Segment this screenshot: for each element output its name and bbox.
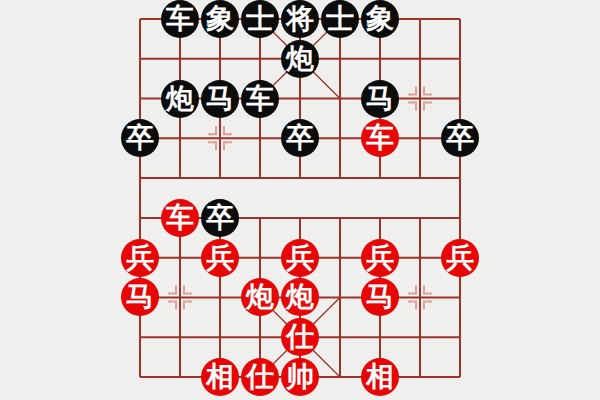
piece-black-horse[interactable]: 马: [201, 80, 239, 118]
piece-red-general[interactable]: 帅: [281, 358, 319, 396]
piece-red-horse[interactable]: 马: [121, 278, 159, 316]
piece-black-soldier[interactable]: 卒: [441, 119, 479, 157]
piece-red-elephant[interactable]: 相: [201, 358, 239, 396]
piece-black-elephant[interactable]: 象: [201, 0, 239, 38]
piece-black-chariot[interactable]: 车: [241, 80, 279, 118]
piece-red-cannon[interactable]: 炮: [281, 278, 319, 316]
piece-black-soldier[interactable]: 卒: [201, 199, 239, 237]
piece-red-elephant[interactable]: 相: [361, 358, 399, 396]
piece-red-chariot[interactable]: 车: [361, 119, 399, 157]
piece-red-soldier[interactable]: 兵: [441, 239, 479, 277]
piece-red-soldier[interactable]: 兵: [121, 239, 159, 277]
piece-black-advisor[interactable]: 士: [321, 0, 359, 38]
piece-black-horse[interactable]: 马: [361, 80, 399, 118]
piece-red-soldier[interactable]: 兵: [201, 239, 239, 277]
piece-red-chariot[interactable]: 车: [161, 199, 199, 237]
piece-red-horse[interactable]: 马: [361, 278, 399, 316]
piece-red-soldier[interactable]: 兵: [361, 239, 399, 277]
piece-black-soldier[interactable]: 卒: [281, 119, 319, 157]
piece-black-chariot[interactable]: 车: [161, 0, 199, 38]
piece-red-cannon[interactable]: 炮: [241, 278, 279, 316]
piece-red-soldier[interactable]: 兵: [281, 239, 319, 277]
piece-black-advisor[interactable]: 士: [241, 0, 279, 38]
xiangqi-board: 车象士将士象炮炮马车马卒卒车卒车卒兵兵兵兵兵马炮炮马仕相仕帅相: [0, 0, 600, 400]
piece-black-cannon[interactable]: 炮: [281, 40, 319, 78]
piece-black-elephant[interactable]: 象: [361, 0, 399, 38]
piece-black-soldier[interactable]: 卒: [121, 119, 159, 157]
piece-black-cannon[interactable]: 炮: [161, 80, 199, 118]
piece-black-general[interactable]: 将: [281, 0, 319, 38]
piece-red-advisor[interactable]: 仕: [241, 358, 279, 396]
piece-red-advisor[interactable]: 仕: [281, 318, 319, 356]
board-grid[interactable]: 车象士将士象炮炮马车马卒卒车卒车卒兵兵兵兵兵马炮炮马仕相仕帅相: [120, 0, 480, 397]
